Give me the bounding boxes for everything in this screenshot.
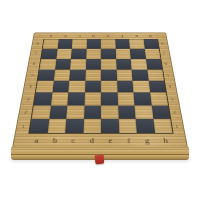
square-e3[interactable] bbox=[101, 93, 118, 106]
square-d4[interactable] bbox=[85, 81, 101, 93]
square-f1[interactable] bbox=[118, 119, 137, 133]
square-e4[interactable] bbox=[101, 81, 117, 93]
coord-label: e bbox=[101, 135, 120, 148]
square-e1[interactable] bbox=[101, 119, 119, 133]
coord-label: b bbox=[45, 135, 65, 148]
square-g3[interactable] bbox=[133, 93, 151, 106]
square-g4[interactable] bbox=[132, 81, 149, 93]
square-e7[interactable] bbox=[101, 49, 116, 59]
square-h4[interactable] bbox=[148, 81, 166, 93]
square-h5[interactable] bbox=[147, 69, 164, 80]
square-c2[interactable] bbox=[66, 105, 84, 118]
square-a1[interactable] bbox=[29, 119, 49, 133]
coord-label: f bbox=[119, 135, 138, 148]
square-c3[interactable] bbox=[67, 93, 84, 106]
square-b2[interactable] bbox=[49, 105, 67, 118]
square-b1[interactable] bbox=[47, 119, 66, 133]
square-f7[interactable] bbox=[115, 49, 130, 59]
square-a5[interactable] bbox=[38, 69, 55, 80]
square-b8[interactable] bbox=[57, 39, 72, 48]
square-f6[interactable] bbox=[116, 59, 132, 70]
square-c5[interactable] bbox=[69, 69, 85, 80]
square-b5[interactable] bbox=[53, 69, 70, 80]
board-grid bbox=[28, 39, 173, 134]
square-g6[interactable] bbox=[131, 59, 147, 70]
square-d2[interactable] bbox=[84, 105, 101, 118]
square-h2[interactable] bbox=[151, 105, 170, 118]
square-a7[interactable] bbox=[41, 49, 57, 59]
square-c8[interactable] bbox=[72, 39, 87, 48]
square-c1[interactable] bbox=[65, 119, 83, 133]
square-f2[interactable] bbox=[118, 105, 136, 118]
square-f5[interactable] bbox=[116, 69, 132, 80]
square-b6[interactable] bbox=[55, 59, 71, 70]
square-e5[interactable] bbox=[101, 69, 117, 80]
square-f3[interactable] bbox=[117, 93, 134, 106]
square-g8[interactable] bbox=[129, 39, 144, 48]
square-c7[interactable] bbox=[71, 49, 86, 59]
square-d1[interactable] bbox=[83, 119, 101, 133]
square-d7[interactable] bbox=[86, 49, 101, 59]
square-b7[interactable] bbox=[56, 49, 72, 59]
chess-board: abcdefgh 87654321 87654321 abcdefgh bbox=[12, 32, 188, 148]
square-h3[interactable] bbox=[150, 93, 168, 106]
square-e6[interactable] bbox=[101, 59, 116, 70]
square-h8[interactable] bbox=[143, 39, 159, 48]
square-h1[interactable] bbox=[153, 119, 173, 133]
square-a8[interactable] bbox=[43, 39, 59, 48]
square-e2[interactable] bbox=[101, 105, 118, 118]
red-ribbon-tab[interactable] bbox=[95, 155, 105, 165]
square-d8[interactable] bbox=[86, 39, 101, 48]
coord-label: h bbox=[156, 135, 176, 148]
square-g1[interactable] bbox=[136, 119, 155, 133]
square-a6[interactable] bbox=[39, 59, 56, 70]
square-b3[interactable] bbox=[51, 93, 69, 106]
coord-label: d bbox=[82, 135, 101, 148]
square-a4[interactable] bbox=[36, 81, 54, 93]
coord-label: a bbox=[26, 135, 46, 148]
square-a3[interactable] bbox=[34, 93, 52, 106]
square-g5[interactable] bbox=[132, 69, 149, 80]
square-a2[interactable] bbox=[32, 105, 51, 118]
square-c4[interactable] bbox=[68, 81, 85, 93]
square-g7[interactable] bbox=[130, 49, 146, 59]
square-h7[interactable] bbox=[144, 49, 160, 59]
square-g2[interactable] bbox=[134, 105, 152, 118]
square-d3[interactable] bbox=[84, 93, 101, 106]
square-d6[interactable] bbox=[85, 59, 100, 70]
chess-board-photo: abcdefgh 87654321 87654321 abcdefgh bbox=[0, 0, 200, 200]
square-h6[interactable] bbox=[146, 59, 163, 70]
square-e8[interactable] bbox=[101, 39, 116, 48]
square-c6[interactable] bbox=[70, 59, 86, 70]
square-b4[interactable] bbox=[52, 81, 69, 93]
file-labels-bottom: abcdefgh bbox=[26, 135, 176, 148]
square-f8[interactable] bbox=[115, 39, 130, 48]
square-d5[interactable] bbox=[85, 69, 101, 80]
coord-label: g bbox=[137, 135, 157, 148]
coord-label: c bbox=[64, 135, 83, 148]
square-f4[interactable] bbox=[117, 81, 134, 93]
